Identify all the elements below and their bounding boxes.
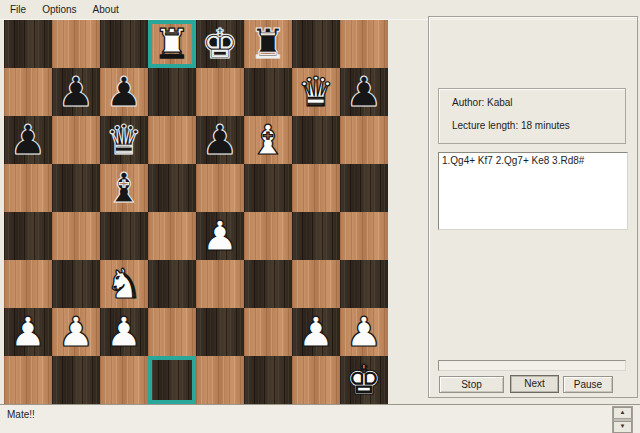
square-h4[interactable] bbox=[340, 212, 388, 260]
scrollbar-down-icon[interactable]: ▼ bbox=[613, 421, 632, 433]
square-g4[interactable] bbox=[292, 212, 340, 260]
menu-options[interactable]: Options bbox=[36, 2, 82, 17]
square-b4[interactable] bbox=[52, 212, 100, 260]
square-f1[interactable] bbox=[244, 356, 292, 404]
square-c6[interactable]: ♛ bbox=[100, 116, 148, 164]
square-g6[interactable] bbox=[292, 116, 340, 164]
white-king[interactable]: ♚ bbox=[340, 356, 388, 404]
square-c5[interactable]: ♝ bbox=[100, 164, 148, 212]
white-pawn[interactable]: ♟ bbox=[196, 212, 244, 260]
square-d3[interactable] bbox=[148, 260, 196, 308]
square-g2[interactable]: ♟ bbox=[292, 308, 340, 356]
square-h6[interactable] bbox=[340, 116, 388, 164]
white-pawn[interactable]: ♟ bbox=[52, 308, 100, 356]
status-bar: Mate!! ▲ ▼ bbox=[0, 404, 640, 433]
square-h7[interactable]: ♟ bbox=[340, 68, 388, 116]
stop-button[interactable]: Stop bbox=[439, 376, 504, 393]
square-h1[interactable]: ♚ bbox=[340, 356, 388, 404]
square-d8[interactable]: ♜ bbox=[148, 20, 196, 68]
black-queen[interactable]: ♛ bbox=[100, 116, 148, 164]
square-a2[interactable]: ♟ bbox=[4, 308, 52, 356]
square-e4[interactable]: ♟ bbox=[196, 212, 244, 260]
square-d2[interactable] bbox=[148, 308, 196, 356]
black-bishop[interactable]: ♝ bbox=[100, 164, 148, 212]
square-g1[interactable] bbox=[292, 356, 340, 404]
status-scrollbar[interactable]: ▲ ▼ bbox=[612, 406, 633, 433]
white-pawn[interactable]: ♟ bbox=[100, 308, 148, 356]
moves-text-area[interactable]: 1.Qg4+ Kf7 2.Qg7+ Ke8 3.Rd8# bbox=[438, 152, 628, 230]
square-h8[interactable] bbox=[340, 20, 388, 68]
black-pawn[interactable]: ♟ bbox=[52, 68, 100, 116]
status-message: Mate!! bbox=[7, 409, 35, 420]
square-d1[interactable] bbox=[148, 356, 196, 404]
square-h3[interactable] bbox=[340, 260, 388, 308]
next-button[interactable]: Next bbox=[510, 375, 559, 393]
menu-about[interactable]: About bbox=[87, 2, 125, 17]
square-b6[interactable] bbox=[52, 116, 100, 164]
lecture-progress-bar bbox=[438, 360, 626, 371]
square-f3[interactable] bbox=[244, 260, 292, 308]
square-c7[interactable]: ♟ bbox=[100, 68, 148, 116]
white-pawn[interactable]: ♟ bbox=[4, 308, 52, 356]
square-b2[interactable]: ♟ bbox=[52, 308, 100, 356]
square-c4[interactable] bbox=[100, 212, 148, 260]
square-b8[interactable] bbox=[52, 20, 100, 68]
white-bishop[interactable]: ♝ bbox=[244, 116, 292, 164]
black-pawn[interactable]: ♟ bbox=[100, 68, 148, 116]
square-b7[interactable]: ♟ bbox=[52, 68, 100, 116]
square-a6[interactable]: ♟ bbox=[4, 116, 52, 164]
square-c1[interactable] bbox=[100, 356, 148, 404]
square-e8[interactable]: ♚ bbox=[196, 20, 244, 68]
square-f8[interactable]: ♜ bbox=[244, 20, 292, 68]
square-e7[interactable] bbox=[196, 68, 244, 116]
square-a3[interactable] bbox=[4, 260, 52, 308]
square-a8[interactable] bbox=[4, 20, 52, 68]
square-d5[interactable] bbox=[148, 164, 196, 212]
lecture-length-label: Lecture length: 18 minutes bbox=[452, 120, 570, 131]
square-e1[interactable] bbox=[196, 356, 244, 404]
author-label: Author: Kabal bbox=[452, 97, 513, 108]
square-f7[interactable] bbox=[244, 68, 292, 116]
white-knight[interactable]: ♞ bbox=[100, 260, 148, 308]
lecture-info-frame: Author: Kabal Lecture length: 18 minutes bbox=[438, 88, 626, 144]
black-rook[interactable]: ♜ bbox=[244, 20, 292, 68]
pause-button[interactable]: Pause bbox=[563, 376, 613, 393]
square-a1[interactable] bbox=[4, 356, 52, 404]
black-pawn[interactable]: ♟ bbox=[340, 68, 388, 116]
square-g8[interactable] bbox=[292, 20, 340, 68]
white-pawn[interactable]: ♟ bbox=[292, 308, 340, 356]
square-g3[interactable] bbox=[292, 260, 340, 308]
square-f4[interactable] bbox=[244, 212, 292, 260]
square-f5[interactable] bbox=[244, 164, 292, 212]
square-a7[interactable] bbox=[4, 68, 52, 116]
square-a5[interactable] bbox=[4, 164, 52, 212]
square-a4[interactable] bbox=[4, 212, 52, 260]
white-pawn[interactable]: ♟ bbox=[340, 308, 388, 356]
app-window: { "game": "chess", "position": { "fen": … bbox=[0, 0, 640, 433]
square-e5[interactable] bbox=[196, 164, 244, 212]
square-f6[interactable]: ♝ bbox=[244, 116, 292, 164]
square-d7[interactable] bbox=[148, 68, 196, 116]
black-king[interactable]: ♚ bbox=[196, 20, 244, 68]
square-c3[interactable]: ♞ bbox=[100, 260, 148, 308]
square-b1[interactable] bbox=[52, 356, 100, 404]
black-pawn[interactable]: ♟ bbox=[4, 116, 52, 164]
square-c8[interactable] bbox=[100, 20, 148, 68]
menu-file[interactable]: File bbox=[4, 2, 32, 17]
lecture-panel: Author: Kabal Lecture length: 18 minutes… bbox=[428, 16, 638, 398]
square-h5[interactable] bbox=[340, 164, 388, 212]
square-e6[interactable]: ♟ bbox=[196, 116, 244, 164]
square-e2[interactable] bbox=[196, 308, 244, 356]
chess-board: ♜♚♜♟♟♛♟♟♛♟♝♝♟♞♟♟♟♟♟♚ bbox=[4, 20, 388, 404]
square-d4[interactable] bbox=[148, 212, 196, 260]
square-b5[interactable] bbox=[52, 164, 100, 212]
square-e3[interactable] bbox=[196, 260, 244, 308]
square-d6[interactable] bbox=[148, 116, 196, 164]
white-queen[interactable]: ♛ bbox=[292, 68, 340, 116]
square-f2[interactable] bbox=[244, 308, 292, 356]
square-b3[interactable] bbox=[52, 260, 100, 308]
white-rook[interactable]: ♜ bbox=[148, 20, 196, 68]
square-c2[interactable]: ♟ bbox=[100, 308, 148, 356]
square-g7[interactable]: ♛ bbox=[292, 68, 340, 116]
square-g5[interactable] bbox=[292, 164, 340, 212]
square-h2[interactable]: ♟ bbox=[340, 308, 388, 356]
black-pawn[interactable]: ♟ bbox=[196, 116, 244, 164]
